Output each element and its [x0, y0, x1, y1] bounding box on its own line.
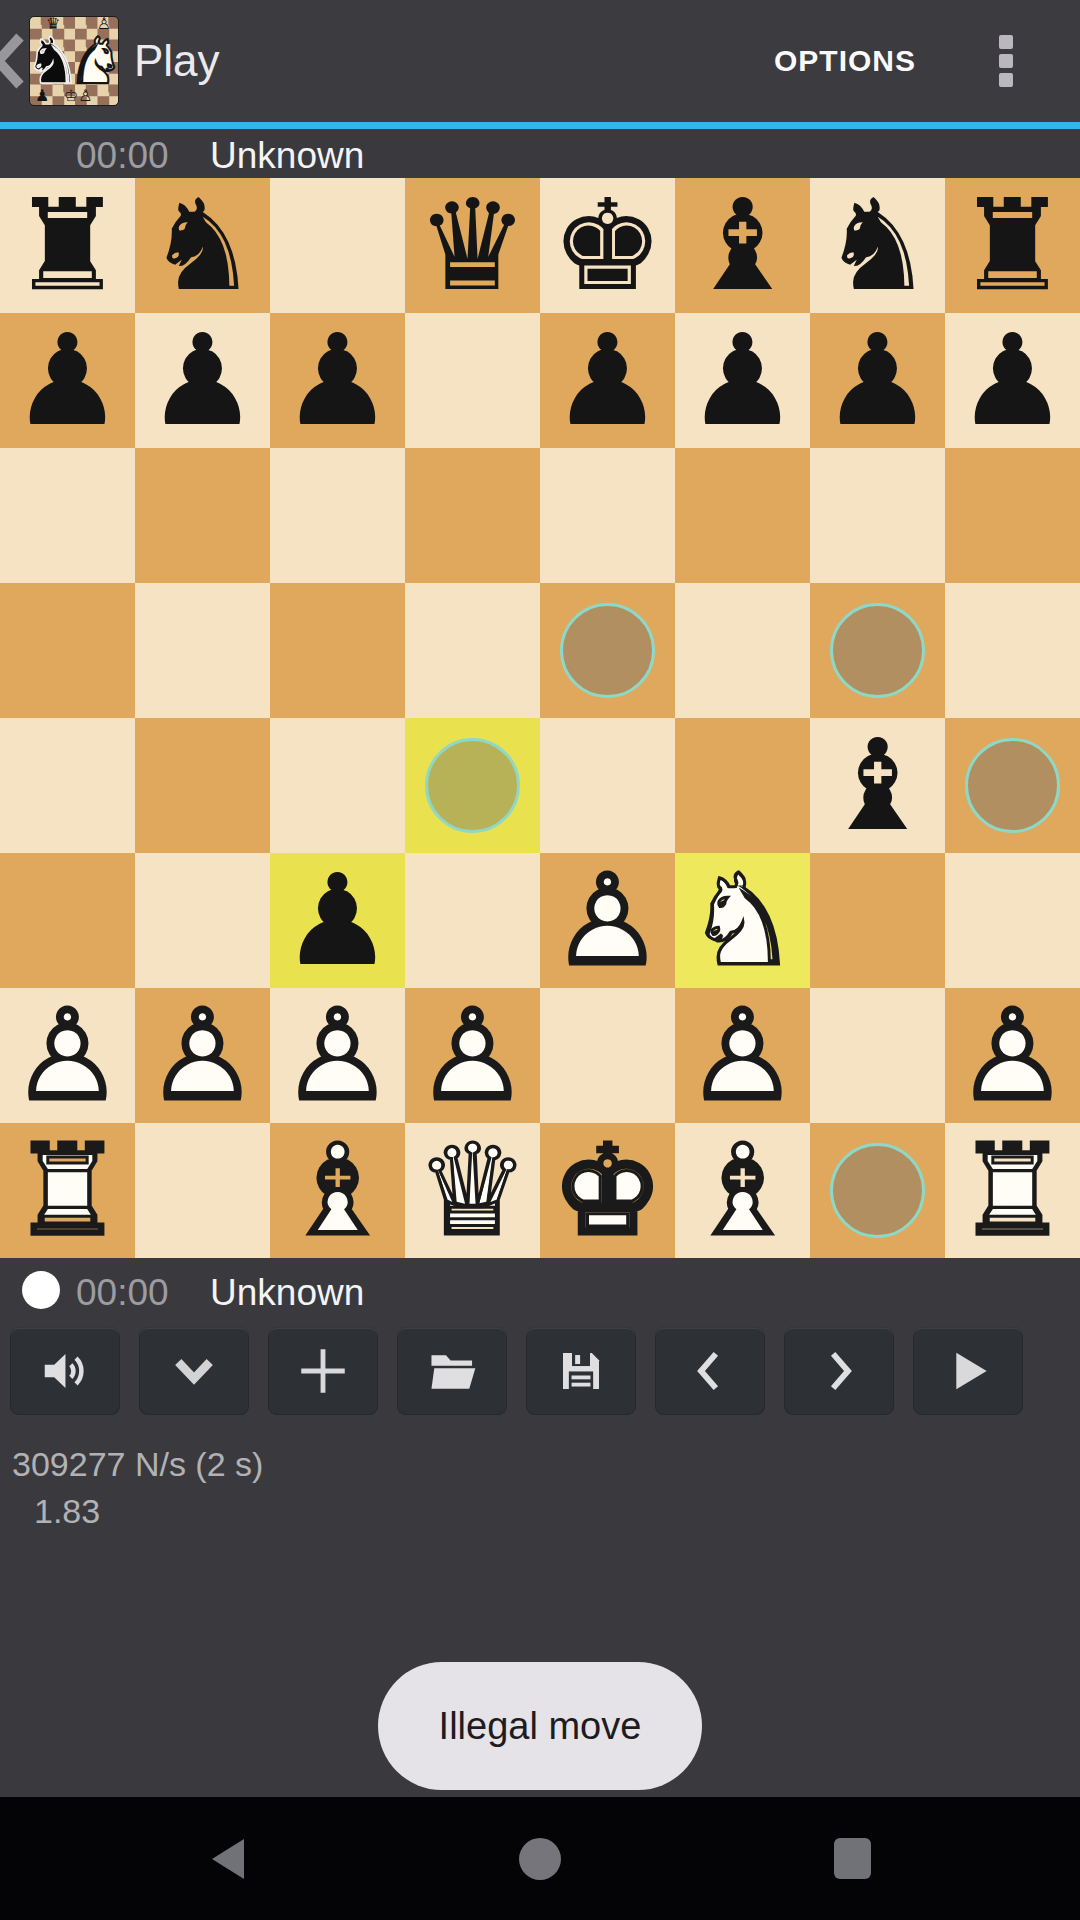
engine-play-button[interactable]: [913, 1327, 1023, 1415]
black-pawn: ♟: [270, 313, 405, 448]
app-bar: ♛ ♙ ♟ ♔♙ ♞ ♞ Play OPTIONS: [0, 0, 1080, 122]
square-e8[interactable]: ♚: [540, 178, 675, 313]
recents-square-icon: [834, 1838, 871, 1879]
top-player-name: Unknown: [210, 135, 364, 177]
previous-move-button[interactable]: [655, 1327, 765, 1415]
square-d7[interactable]: [405, 313, 540, 448]
square-c7[interactable]: ♟: [270, 313, 405, 448]
square-g4[interactable]: ♝: [810, 718, 945, 853]
square-f5[interactable]: [675, 583, 810, 718]
square-e7[interactable]: ♟: [540, 313, 675, 448]
square-f3[interactable]: ♞♘: [675, 853, 810, 988]
square-a6[interactable]: [0, 448, 135, 583]
square-c4[interactable]: [270, 718, 405, 853]
square-c2[interactable]: ♟♙: [270, 988, 405, 1123]
back-button[interactable]: [0, 31, 28, 91]
square-b3[interactable]: [135, 853, 270, 988]
white-pawn: ♟♙: [540, 853, 675, 988]
square-a2[interactable]: ♟♙: [0, 988, 135, 1123]
bottom-player-clock: 00:00: [76, 1272, 169, 1314]
black-pawn: ♟: [945, 313, 1080, 448]
play-triangle-icon: [940, 1343, 996, 1399]
square-b4[interactable]: [135, 718, 270, 853]
white-bishop: ♝♗: [675, 1123, 810, 1258]
next-move-button[interactable]: [784, 1327, 894, 1415]
square-h2[interactable]: ♟♙: [945, 988, 1080, 1123]
accent-divider: [0, 122, 1080, 129]
square-d2[interactable]: ♟♙: [405, 988, 540, 1123]
chevron-left-icon: [0, 31, 28, 91]
bottom-player-row: 00:00 Unknown: [0, 1258, 1080, 1324]
speaker-icon: [38, 1344, 92, 1398]
white-pawn: ♟♙: [0, 988, 135, 1123]
black-pawn: ♟: [675, 313, 810, 448]
black-pawn: ♟: [0, 313, 135, 448]
square-e6[interactable]: [540, 448, 675, 583]
folder-open-icon: [424, 1343, 480, 1399]
square-d5[interactable]: [405, 583, 540, 718]
square-d1[interactable]: ♛♕: [405, 1123, 540, 1258]
open-file-button[interactable]: [397, 1327, 507, 1415]
square-e3[interactable]: ♟♙: [540, 853, 675, 988]
top-player-row: 00:00 Unknown: [0, 129, 1080, 178]
engine-eval-line: 1.83: [12, 1488, 263, 1535]
engine-nps-line: 309277 N/s (2 s): [12, 1441, 263, 1488]
square-h4[interactable]: [945, 718, 1080, 853]
square-b2[interactable]: ♟♙: [135, 988, 270, 1123]
move-hint-circle[interactable]: [560, 603, 655, 698]
square-e1[interactable]: ♚♔: [540, 1123, 675, 1258]
square-d6[interactable]: [405, 448, 540, 583]
top-player-clock: 00:00: [76, 135, 169, 177]
page-title: Play: [134, 0, 220, 122]
black-knight: ♞: [810, 178, 945, 313]
dot-icon: [999, 54, 1013, 68]
square-g3[interactable]: [810, 853, 945, 988]
white-king: ♚♔: [540, 1123, 675, 1258]
square-h5[interactable]: [945, 583, 1080, 718]
black-knight: ♞: [135, 178, 270, 313]
new-game-button[interactable]: [268, 1327, 378, 1415]
white-bishop: ♝♗: [270, 1123, 405, 1258]
nav-recents-button[interactable]: [812, 1797, 892, 1920]
square-a1[interactable]: ♜♖: [0, 1123, 135, 1258]
floppy-disk-icon: [554, 1344, 608, 1398]
square-f8[interactable]: ♝: [675, 178, 810, 313]
sound-button[interactable]: [10, 1327, 120, 1415]
move-hint-circle[interactable]: [965, 738, 1060, 833]
nav-home-button[interactable]: [500, 1797, 580, 1920]
chess-board[interactable]: ♜♞♛♚♝♞♜♟♟♟♟♟♟♟♝♟♟♙♞♘♟♙♟♙♟♙♟♙♟♙♟♙♜♖♝♗♛♕♚♔…: [0, 178, 1080, 1258]
white-knight: ♞♘: [675, 853, 810, 988]
square-e4[interactable]: [540, 718, 675, 853]
square-c1[interactable]: ♝♗: [270, 1123, 405, 1258]
square-b5[interactable]: [135, 583, 270, 718]
square-d3[interactable]: [405, 853, 540, 988]
white-knight-icon: ♞: [67, 29, 119, 93]
square-b1[interactable]: [135, 1123, 270, 1258]
white-to-move-indicator: [22, 1271, 60, 1309]
square-f7[interactable]: ♟: [675, 313, 810, 448]
white-pawn: ♟♙: [270, 988, 405, 1123]
move-hint-circle[interactable]: [830, 603, 925, 698]
black-pawn: ♟: [135, 313, 270, 448]
collapse-button[interactable]: [139, 1327, 249, 1415]
move-hint-circle[interactable]: [830, 1143, 925, 1238]
square-f6[interactable]: [675, 448, 810, 583]
square-a5[interactable]: [0, 583, 135, 718]
dot-icon: [999, 35, 1013, 49]
black-king: ♚: [540, 178, 675, 313]
white-pawn: ♟♙: [135, 988, 270, 1123]
home-circle-icon: [519, 1838, 561, 1880]
app-icon[interactable]: ♛ ♙ ♟ ♔♙ ♞ ♞: [29, 16, 119, 106]
chevron-down-icon: [167, 1344, 221, 1398]
square-g5[interactable]: [810, 583, 945, 718]
square-c8[interactable]: [270, 178, 405, 313]
overflow-menu-button[interactable]: [999, 0, 1013, 122]
dot-icon: [999, 73, 1013, 87]
save-button[interactable]: [526, 1327, 636, 1415]
square-g6[interactable]: [810, 448, 945, 583]
black-queen: ♛: [405, 178, 540, 313]
engine-status: 309277 N/s (2 s) 1.83: [12, 1441, 263, 1535]
square-h1[interactable]: ♜♖: [945, 1123, 1080, 1258]
square-h8[interactable]: ♜: [945, 178, 1080, 313]
square-a4[interactable]: [0, 718, 135, 853]
white-pawn: ♟♙: [945, 988, 1080, 1123]
white-queen: ♛♕: [405, 1123, 540, 1258]
square-c5[interactable]: [270, 583, 405, 718]
square-e2[interactable]: [540, 988, 675, 1123]
square-d4[interactable]: [405, 718, 540, 853]
square-f2[interactable]: ♟♙: [675, 988, 810, 1123]
square-a3[interactable]: [0, 853, 135, 988]
white-rook: ♜♖: [0, 1123, 135, 1258]
square-f1[interactable]: ♝♗: [675, 1123, 810, 1258]
plus-icon: [294, 1342, 352, 1400]
square-a8[interactable]: ♜: [0, 178, 135, 313]
square-g7[interactable]: ♟: [810, 313, 945, 448]
bottom-player-name: Unknown: [210, 1272, 364, 1314]
black-rook: ♜: [0, 178, 135, 313]
nav-back-button[interactable]: [187, 1797, 267, 1920]
toolbar: [0, 1327, 1080, 1415]
move-hint-circle[interactable]: [425, 738, 520, 833]
square-d8[interactable]: ♛: [405, 178, 540, 313]
square-c6[interactable]: [270, 448, 405, 583]
options-button[interactable]: OPTIONS: [774, 0, 916, 122]
square-c3[interactable]: ♟: [270, 853, 405, 988]
square-b7[interactable]: ♟: [135, 313, 270, 448]
back-triangle-icon: [208, 1837, 246, 1881]
square-b6[interactable]: [135, 448, 270, 583]
black-pawn: ♟: [270, 853, 405, 988]
black-pawn: ♟: [810, 313, 945, 448]
square-h3[interactable]: [945, 853, 1080, 988]
white-pawn: ♟♙: [405, 988, 540, 1123]
black-bishop: ♝: [675, 178, 810, 313]
square-e5[interactable]: [540, 583, 675, 718]
black-rook: ♜: [945, 178, 1080, 313]
chevron-left-icon: [683, 1344, 737, 1398]
screen: ♛ ♙ ♟ ♔♙ ♞ ♞ Play OPTIONS 00:00 Unknown …: [0, 0, 1080, 1920]
square-h6[interactable]: [945, 448, 1080, 583]
square-g1[interactable]: [810, 1123, 945, 1258]
android-nav-bar: [0, 1797, 1080, 1920]
white-pawn: ♟♙: [675, 988, 810, 1123]
toast-illegal-move: Illegal move: [378, 1662, 702, 1790]
black-bishop: ♝: [810, 718, 945, 853]
square-a7[interactable]: ♟: [0, 313, 135, 448]
toast-message: Illegal move: [439, 1705, 642, 1748]
square-f4[interactable]: [675, 718, 810, 853]
square-h7[interactable]: ♟: [945, 313, 1080, 448]
black-pawn: ♟: [540, 313, 675, 448]
white-rook: ♜♖: [945, 1123, 1080, 1258]
square-g2[interactable]: [810, 988, 945, 1123]
chevron-right-icon: [812, 1344, 866, 1398]
square-b8[interactable]: ♞: [135, 178, 270, 313]
square-g8[interactable]: ♞: [810, 178, 945, 313]
